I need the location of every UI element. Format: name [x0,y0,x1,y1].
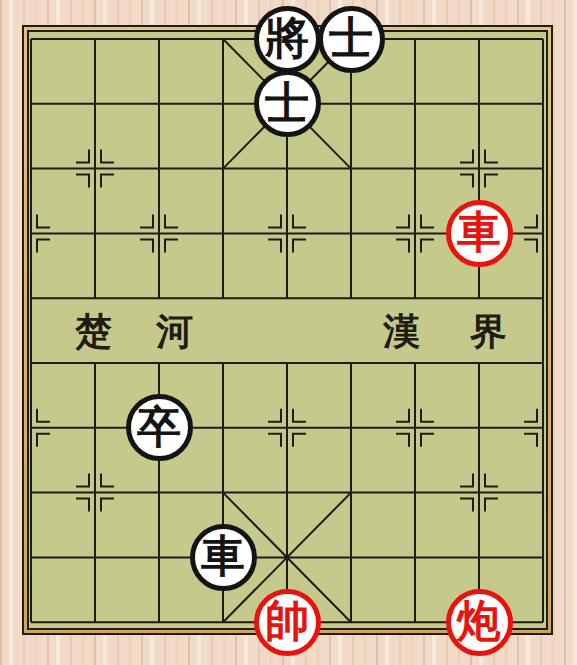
pieces-layer: 將士士卒車車帥炮 [0,7,575,655]
piece-red-cannon[interactable]: 炮 [446,589,513,656]
piece-black-advisor-1[interactable]: 士 [318,6,385,73]
table-background: 楚 河 漢 界 將士士卒車車帥炮 [0,0,577,665]
piece-red-general[interactable]: 帥 [254,589,321,656]
xiangqi-board: 楚 河 漢 界 將士士卒車車帥炮 [22,25,553,635]
piece-black-general[interactable]: 將 [254,6,321,73]
piece-red-chariot[interactable]: 車 [446,200,513,267]
piece-black-advisor-2[interactable]: 士 [254,70,321,137]
piece-black-soldier[interactable]: 卒 [126,394,193,461]
piece-black-chariot[interactable]: 車 [190,524,257,591]
board-field[interactable]: 楚 河 漢 界 將士士卒車車帥炮 [27,30,548,630]
